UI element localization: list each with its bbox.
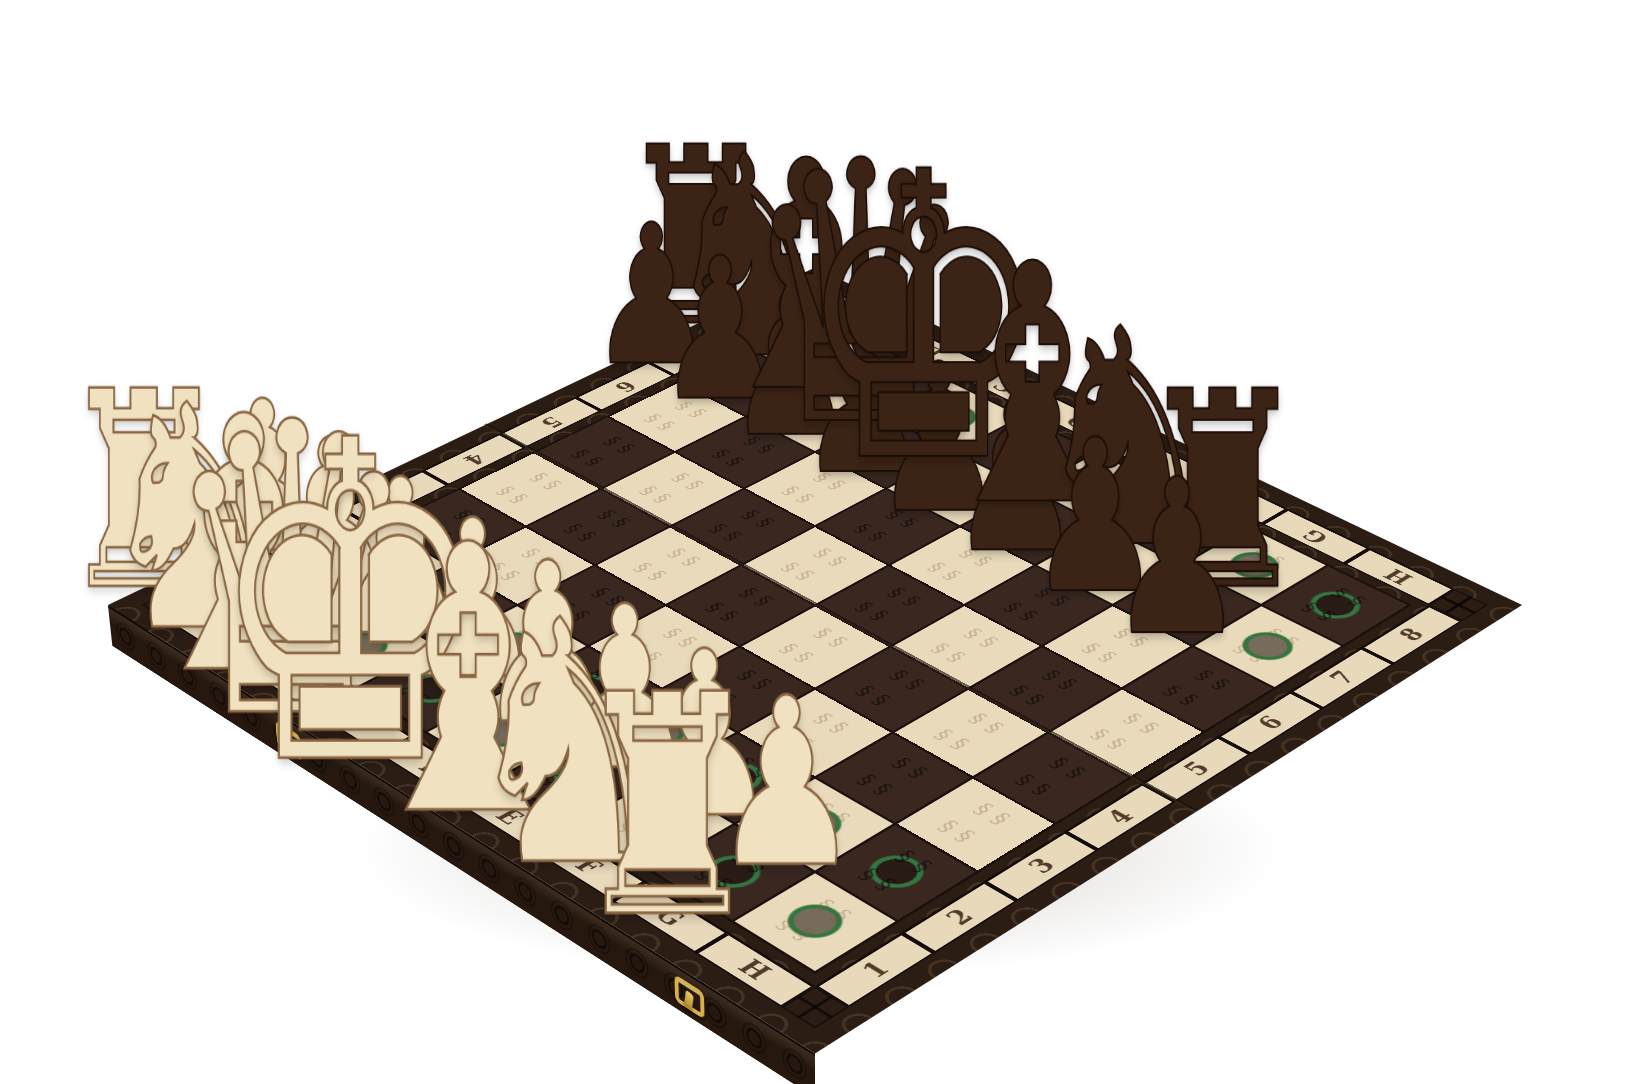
square-h7[interactable]: ♟	[1194, 606, 1341, 687]
chessboard-scene: ABCDEFGH ABCDEFGH 87654321 87654321 ♜♞♝♛…	[0, 0, 1632, 1084]
chessboard: ABCDEFGH ABCDEFGH 87654321 87654321 ♜♞♝♛…	[108, 268, 1522, 1054]
coord-label-4: 4	[1068, 785, 1172, 848]
black-pawn-icon: ♟	[1108, 451, 1246, 665]
white-rook-icon: ♜	[569, 656, 765, 960]
board-top-face: ABCDEFGH ABCDEFGH 87654321 87654321 ♜♞♝♛…	[108, 268, 1522, 1054]
board-squares: ♜♞♝♛♚♝♞♜♟♟♟♟♟♟♟♟♟♟♟♟♟♟♟♟♜♞♝♛♚♝♞♜	[218, 315, 1412, 974]
piece-white-rook-h1[interactable]: ♜	[667, 893, 940, 1084]
chess-set-product-photo: ABCDEFGH ABCDEFGH 87654321 87654321 ♜♞♝♛…	[0, 0, 1632, 1084]
